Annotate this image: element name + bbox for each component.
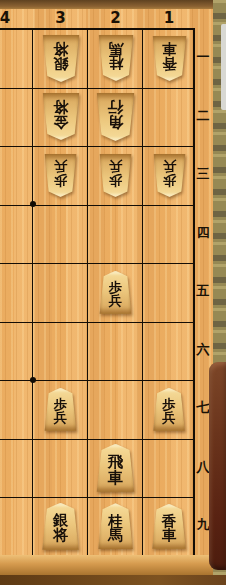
file-label: 1 xyxy=(164,9,174,28)
piece-silver-gote[interactable]: 銀将 xyxy=(42,35,80,82)
piece-face: 飛車 xyxy=(96,444,135,492)
rank-label: 一 xyxy=(194,48,212,66)
piece-lance-sente[interactable]: 香車 xyxy=(152,504,187,549)
piece-rook-sente[interactable]: 飛車 xyxy=(96,444,135,492)
board-cell[interactable] xyxy=(0,206,33,265)
piece-face: 香車 xyxy=(152,504,187,549)
piece-face: 歩兵 xyxy=(99,154,132,197)
board-top-edge xyxy=(0,0,213,9)
board-cell[interactable] xyxy=(143,440,195,499)
piece-knight-gote[interactable]: 桂馬 xyxy=(98,35,134,81)
piece-lance-gote[interactable]: 香車 xyxy=(152,36,187,81)
board-cell[interactable] xyxy=(88,206,143,265)
board-cell[interactable] xyxy=(143,89,195,148)
board-cell[interactable] xyxy=(0,440,33,499)
piece-face: 桂馬 xyxy=(98,503,134,549)
board-cell[interactable] xyxy=(0,323,33,382)
komadai-piece-stand xyxy=(209,362,226,570)
board-cell[interactable] xyxy=(0,147,33,206)
shogi-app-screen: 4321 一二三四五六七八九 銀将桂馬香車金将角行歩兵歩兵歩兵歩兵歩兵歩兵飛車銀… xyxy=(0,0,226,585)
piece-pawn-gote[interactable]: 歩兵 xyxy=(44,154,77,197)
piece-face: 香車 xyxy=(152,36,187,81)
board-cell[interactable] xyxy=(88,381,143,440)
star-point xyxy=(30,201,36,207)
piece-pawn-sente[interactable]: 歩兵 xyxy=(99,271,132,314)
board-cell[interactable] xyxy=(0,30,33,89)
piece-face: 歩兵 xyxy=(44,154,77,197)
piece-gold-gote[interactable]: 金将 xyxy=(42,93,80,140)
board-cell[interactable] xyxy=(0,381,33,440)
board-cell[interactable] xyxy=(0,498,33,557)
piece-pawn-gote[interactable]: 歩兵 xyxy=(153,154,186,197)
piece-face: 歩兵 xyxy=(99,271,132,314)
piece-face: 銀将 xyxy=(42,503,80,550)
file-label: 2 xyxy=(110,9,120,28)
piece-face: 歩兵 xyxy=(153,154,186,197)
board-front-edge xyxy=(0,555,213,575)
file-label: 4 xyxy=(0,9,10,28)
rank-label: 五 xyxy=(194,282,212,300)
rank-label: 六 xyxy=(194,341,212,359)
rank-label: 三 xyxy=(194,165,212,183)
piece-face: 金将 xyxy=(42,93,80,140)
piece-pawn-sente[interactable]: 歩兵 xyxy=(153,388,186,431)
piece-pawn-gote[interactable]: 歩兵 xyxy=(99,154,132,197)
board-cell[interactable] xyxy=(33,206,88,265)
rank-label: 四 xyxy=(194,224,212,242)
board-cell[interactable] xyxy=(88,323,143,382)
piece-knight-sente[interactable]: 桂馬 xyxy=(98,503,134,549)
window-edge xyxy=(221,24,226,110)
board-cell[interactable] xyxy=(0,89,33,148)
rank-label: 二 xyxy=(194,107,212,125)
piece-face: 歩兵 xyxy=(153,388,186,431)
shogi-board: 4321 一二三四五六七八九 銀将桂馬香車金将角行歩兵歩兵歩兵歩兵歩兵歩兵飛車銀… xyxy=(0,0,213,575)
board-cell[interactable] xyxy=(143,323,195,382)
piece-silver-sente[interactable]: 銀将 xyxy=(42,503,80,550)
board-cell[interactable] xyxy=(0,264,33,323)
piece-face: 角行 xyxy=(96,93,135,141)
piece-bishop-gote[interactable]: 角行 xyxy=(96,93,135,141)
piece-face: 銀将 xyxy=(42,35,80,82)
board-shadow-strip xyxy=(0,575,226,585)
piece-pawn-sente[interactable]: 歩兵 xyxy=(44,388,77,431)
board-cell[interactable] xyxy=(143,206,195,265)
board-cell[interactable] xyxy=(143,264,195,323)
star-point xyxy=(30,377,36,383)
board-cell[interactable] xyxy=(33,440,88,499)
file-label: 3 xyxy=(55,9,65,28)
board-cell[interactable] xyxy=(33,264,88,323)
piece-face: 歩兵 xyxy=(44,388,77,431)
piece-face: 桂馬 xyxy=(98,35,134,81)
board-cell[interactable] xyxy=(33,323,88,382)
